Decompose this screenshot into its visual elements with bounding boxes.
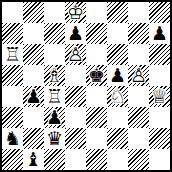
black-knight: ♞ xyxy=(2,128,23,149)
square-c3[interactable]: ♟ xyxy=(44,107,65,128)
square-c5[interactable]: ♝♗ xyxy=(44,65,65,86)
square-e1[interactable] xyxy=(86,149,107,170)
square-g1[interactable] xyxy=(128,149,149,170)
square-f8[interactable] xyxy=(107,2,128,23)
square-f5[interactable]: ♟ xyxy=(107,65,128,86)
square-d6[interactable]: ♟♙ xyxy=(65,44,86,65)
square-a3[interactable] xyxy=(2,107,23,128)
square-g7[interactable] xyxy=(128,23,149,44)
square-d1[interactable] xyxy=(65,149,86,170)
square-f6[interactable] xyxy=(107,44,128,65)
square-b8[interactable] xyxy=(23,2,44,23)
black-pawn: ♟ xyxy=(44,107,65,128)
white-pawn: ♟♙ xyxy=(65,44,86,65)
square-a8[interactable] xyxy=(2,2,23,23)
square-c1[interactable] xyxy=(44,149,65,170)
square-b6[interactable] xyxy=(23,44,44,65)
black-pawn: ♟ xyxy=(65,23,86,44)
square-c6[interactable] xyxy=(44,44,65,65)
square-g4[interactable] xyxy=(128,86,149,107)
square-d5[interactable] xyxy=(65,65,86,86)
black-king: ♚ xyxy=(86,65,107,86)
square-f7[interactable] xyxy=(107,23,128,44)
chess-board: ♚♔♟♟♜♖♟♙♝♗♚♟♟♙♟♜♖♞♘♛♕♟♞♛♝ xyxy=(2,2,170,170)
white-rook: ♜♖ xyxy=(2,44,23,65)
square-f1[interactable] xyxy=(107,149,128,170)
square-h5[interactable] xyxy=(149,65,170,86)
black-bishop: ♝ xyxy=(23,149,44,170)
square-b4[interactable]: ♟ xyxy=(23,86,44,107)
square-e8[interactable] xyxy=(86,2,107,23)
black-queen: ♛ xyxy=(44,128,65,149)
square-b5[interactable] xyxy=(23,65,44,86)
square-d8[interactable]: ♚♔ xyxy=(65,2,86,23)
square-e2[interactable] xyxy=(86,128,107,149)
square-d3[interactable] xyxy=(65,107,86,128)
black-pawn: ♟ xyxy=(107,65,128,86)
square-e5[interactable]: ♚ xyxy=(86,65,107,86)
square-g8[interactable] xyxy=(128,2,149,23)
square-g2[interactable] xyxy=(128,128,149,149)
square-e7[interactable] xyxy=(86,23,107,44)
square-a5[interactable] xyxy=(2,65,23,86)
square-d4[interactable] xyxy=(65,86,86,107)
square-b7[interactable] xyxy=(23,23,44,44)
square-c2[interactable]: ♛ xyxy=(44,128,65,149)
square-h7[interactable]: ♟ xyxy=(149,23,170,44)
white-queen: ♛♕ xyxy=(149,86,170,107)
chess-board-frame: ♚♔♟♟♜♖♟♙♝♗♚♟♟♙♟♜♖♞♘♛♕♟♞♛♝ xyxy=(0,0,172,172)
square-c8[interactable] xyxy=(44,2,65,23)
white-king: ♚♔ xyxy=(65,2,86,23)
square-c7[interactable] xyxy=(44,23,65,44)
square-b2[interactable] xyxy=(23,128,44,149)
square-c4[interactable]: ♜♖ xyxy=(44,86,65,107)
square-h6[interactable] xyxy=(149,44,170,65)
white-rook: ♜♖ xyxy=(44,86,65,107)
square-a2[interactable]: ♞ xyxy=(2,128,23,149)
square-h2[interactable] xyxy=(149,128,170,149)
square-a7[interactable] xyxy=(2,23,23,44)
square-d7[interactable]: ♟ xyxy=(65,23,86,44)
white-bishop: ♝♗ xyxy=(44,65,65,86)
square-e4[interactable] xyxy=(86,86,107,107)
square-f4[interactable]: ♞♘ xyxy=(107,86,128,107)
square-g6[interactable] xyxy=(128,44,149,65)
square-f3[interactable] xyxy=(107,107,128,128)
white-knight: ♞♘ xyxy=(107,86,128,107)
square-b1[interactable]: ♝ xyxy=(23,149,44,170)
black-pawn: ♟ xyxy=(23,86,44,107)
square-e3[interactable] xyxy=(86,107,107,128)
square-d2[interactable] xyxy=(65,128,86,149)
square-h3[interactable] xyxy=(149,107,170,128)
square-b3[interactable] xyxy=(23,107,44,128)
white-pawn: ♟♙ xyxy=(128,65,149,86)
square-h1[interactable] xyxy=(149,149,170,170)
square-e6[interactable] xyxy=(86,44,107,65)
black-pawn: ♟ xyxy=(149,23,170,44)
square-h8[interactable] xyxy=(149,2,170,23)
square-h4[interactable]: ♛♕ xyxy=(149,86,170,107)
square-g3[interactable] xyxy=(128,107,149,128)
square-a1[interactable] xyxy=(2,149,23,170)
square-a6[interactable]: ♜♖ xyxy=(2,44,23,65)
square-a4[interactable] xyxy=(2,86,23,107)
square-f2[interactable] xyxy=(107,128,128,149)
square-g5[interactable]: ♟♙ xyxy=(128,65,149,86)
